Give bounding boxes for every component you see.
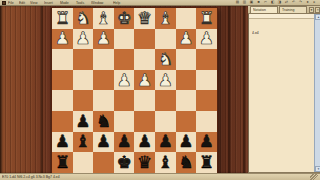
square-b4[interactable]	[176, 70, 197, 91]
white-knight[interactable]: ♞	[158, 50, 173, 67]
square-b6[interactable]	[176, 111, 197, 132]
black-knight[interactable]: ♞	[178, 153, 193, 170]
black-pawn[interactable]: ♟	[116, 133, 131, 150]
square-h6[interactable]	[52, 111, 73, 132]
takeback-icon[interactable]: ↶	[291, 1, 295, 4]
notation-body: 4.e4 ▲ ▼	[248, 14, 320, 173]
white-bishop[interactable]: ♝	[158, 9, 173, 26]
menu-bar: FileEditViewInsertModeToolsWindowHelp ▤▥…	[0, 0, 320, 6]
black-pawn[interactable]: ♟	[178, 133, 193, 150]
square-h2[interactable]: ♟	[52, 29, 73, 50]
square-b2[interactable]: ♟	[176, 29, 197, 50]
square-d7[interactable]: ♟	[134, 132, 155, 153]
menu-mode[interactable]: Mode	[60, 1, 69, 4]
square-c6[interactable]	[155, 111, 176, 132]
menu-edit[interactable]: Edit	[19, 1, 25, 4]
save-icon[interactable]: ▣	[249, 1, 253, 4]
wood-seam	[228, 6, 230, 173]
menu-file[interactable]: File	[8, 1, 14, 4]
square-c8[interactable]: ♝	[155, 152, 176, 173]
square-f2[interactable]: ♟	[93, 29, 114, 50]
square-a3[interactable]	[196, 49, 217, 70]
square-e1[interactable]: ♚	[114, 8, 135, 29]
square-c2[interactable]	[155, 29, 176, 50]
white-bishop[interactable]: ♝	[96, 9, 111, 26]
black-bishop[interactable]: ♝	[75, 133, 90, 150]
square-d1[interactable]: ♛	[134, 8, 155, 29]
white-pawn[interactable]: ♟	[137, 71, 152, 88]
white-queen[interactable]: ♛	[137, 9, 152, 26]
square-a8[interactable]: ♜	[196, 152, 217, 173]
tab-notation[interactable]: Notation	[250, 6, 278, 13]
square-c5[interactable]	[155, 90, 176, 111]
menu-items: FileEditViewInsertModeToolsWindowHelp	[8, 0, 127, 6]
square-h7[interactable]: ♟	[52, 132, 73, 153]
square-e3[interactable]	[114, 49, 135, 70]
square-a4[interactable]	[196, 70, 217, 91]
tab-label: Training	[282, 8, 294, 11]
white-knight[interactable]: ♞	[75, 9, 90, 26]
white-pawn[interactable]: ♟	[178, 30, 193, 47]
black-rook[interactable]: ♜	[55, 153, 70, 170]
menu-tools[interactable]: Tools	[76, 1, 84, 4]
square-a2[interactable]: ♟	[196, 29, 217, 50]
square-f6[interactable]: ♞	[93, 111, 114, 132]
black-knight[interactable]: ♞	[96, 112, 111, 129]
play-icon[interactable]: ▸	[312, 1, 316, 4]
square-e4[interactable]: ♟	[114, 70, 135, 91]
white-pawn[interactable]: ♟	[75, 30, 90, 47]
square-c7[interactable]: ♟	[155, 132, 176, 153]
move-text[interactable]: 4.e4	[252, 31, 259, 34]
square-d6[interactable]	[134, 111, 155, 132]
black-pawn[interactable]: ♟	[137, 133, 152, 150]
toolbar: ▤▥▣■✂◧◨⇄↶↷●▸	[234, 0, 318, 5]
notation-moves[interactable]: 4.e4	[249, 19, 320, 39]
square-g8[interactable]	[73, 152, 94, 173]
cut-icon[interactable]: ✂	[263, 1, 267, 4]
square-e5[interactable]	[114, 90, 135, 111]
engine-icon[interactable]: ●	[305, 1, 309, 4]
chess-board[interactable]: ♜♞♝♚♛♝♜♟♟♟♟♟♞♟♟♟♟♞♟♝♟♟♟♟♟♟♜♚♛♝♞♜	[51, 7, 218, 174]
panel-pin-button[interactable]: ▾	[309, 7, 314, 13]
wood-seam	[243, 6, 245, 173]
menu-insert[interactable]: Insert	[44, 1, 53, 4]
copy-icon[interactable]: ◧	[270, 1, 274, 4]
notation-panel: NotationTraining ▾× 4.e4 ▲ ▼	[248, 6, 320, 173]
print-icon[interactable]: ■	[256, 1, 260, 4]
square-e7[interactable]: ♟	[114, 132, 135, 153]
white-pawn[interactable]: ♟	[199, 30, 214, 47]
square-b5[interactable]	[176, 90, 197, 111]
black-bishop[interactable]: ♝	[158, 153, 173, 170]
paste-icon[interactable]: ◨	[277, 1, 281, 4]
square-d4[interactable]: ♟	[134, 70, 155, 91]
square-g2[interactable]: ♟	[73, 29, 94, 50]
scroll-up-button[interactable]: ▲	[315, 14, 320, 20]
panel-tab-bar: NotationTraining ▾×	[248, 6, 320, 14]
square-h3[interactable]	[52, 49, 73, 70]
square-e8[interactable]: ♚	[114, 152, 135, 173]
square-f5[interactable]	[93, 90, 114, 111]
flip-board-icon[interactable]: ⇄	[284, 1, 288, 4]
black-queen[interactable]: ♛	[137, 153, 152, 170]
scroll-down-button[interactable]: ▼	[315, 166, 320, 172]
new-game-icon[interactable]: ▤	[235, 1, 239, 4]
notation-scrollbar[interactable]: ▲ ▼	[314, 14, 320, 172]
black-king[interactable]: ♚	[116, 153, 131, 170]
square-d8[interactable]: ♛	[134, 152, 155, 173]
square-h5[interactable]	[52, 90, 73, 111]
white-rook[interactable]: ♜	[199, 9, 214, 26]
square-a5[interactable]	[196, 90, 217, 111]
square-g5[interactable]	[73, 90, 94, 111]
square-f4[interactable]	[93, 70, 114, 91]
tab-training[interactable]: Training	[279, 6, 306, 13]
square-h8[interactable]: ♜	[52, 152, 73, 173]
square-f1[interactable]: ♝	[93, 8, 114, 29]
forward-icon[interactable]: ↷	[298, 1, 302, 4]
square-f7[interactable]: ♟	[93, 132, 114, 153]
status-bar: E70 1.d4 Nf6 2.c4 g6 3.Nc3 Bg7 4.e4	[0, 173, 320, 180]
square-g7[interactable]: ♝	[73, 132, 94, 153]
square-b7[interactable]: ♟	[176, 132, 197, 153]
square-e6[interactable]	[114, 111, 135, 132]
black-pawn[interactable]: ♟	[199, 133, 214, 150]
panel-close-button[interactable]: ×	[315, 7, 320, 13]
square-c3[interactable]: ♞	[155, 49, 176, 70]
square-b3[interactable]	[176, 49, 197, 70]
square-g6[interactable]: ♟	[73, 111, 94, 132]
square-c1[interactable]: ♝	[155, 8, 176, 29]
square-g1[interactable]: ♞	[73, 8, 94, 29]
square-b1[interactable]	[176, 8, 197, 29]
wood-seam	[41, 6, 43, 173]
black-pawn[interactable]: ♟	[96, 133, 111, 150]
app-icon	[2, 1, 6, 5]
white-pawn[interactable]: ♟	[96, 30, 111, 47]
tab-label: Notation	[253, 8, 266, 11]
white-rook[interactable]: ♜	[55, 9, 70, 26]
square-a1[interactable]: ♜	[196, 8, 217, 29]
square-g4[interactable]	[73, 70, 94, 91]
square-e2[interactable]	[114, 29, 135, 50]
square-b8[interactable]: ♞	[176, 152, 197, 173]
black-pawn[interactable]: ♟	[158, 133, 173, 150]
square-d5[interactable]	[134, 90, 155, 111]
square-f8[interactable]	[93, 152, 114, 173]
square-h4[interactable]	[52, 70, 73, 91]
square-c4[interactable]: ♟	[155, 70, 176, 91]
menu-window[interactable]: Window	[91, 1, 103, 4]
white-pawn[interactable]: ♟	[55, 30, 70, 47]
white-pawn[interactable]: ♟	[158, 71, 173, 88]
white-king[interactable]: ♚	[116, 9, 131, 26]
menu-help[interactable]: Help	[113, 1, 120, 4]
square-a6[interactable]	[196, 111, 217, 132]
black-pawn[interactable]: ♟	[75, 112, 90, 129]
white-pawn[interactable]: ♟	[116, 71, 131, 88]
chess-app-window: FileEditViewInsertModeToolsWindowHelp ▤▥…	[0, 0, 320, 180]
square-g3[interactable]	[73, 49, 94, 70]
black-pawn[interactable]: ♟	[55, 133, 70, 150]
square-d3[interactable]	[134, 49, 155, 70]
menu-view[interactable]: View	[30, 1, 37, 4]
resize-grip[interactable]	[310, 174, 318, 180]
square-d2[interactable]	[134, 29, 155, 50]
square-f3[interactable]	[93, 49, 114, 70]
open-icon[interactable]: ▥	[242, 1, 246, 4]
opening-status-text: E70 1.d4 Nf6 2.c4 g6 3.Nc3 Bg7 4.e4	[2, 175, 60, 178]
square-h1[interactable]: ♜	[52, 8, 73, 29]
black-rook[interactable]: ♜	[199, 153, 214, 170]
square-a7[interactable]: ♟	[196, 132, 217, 153]
